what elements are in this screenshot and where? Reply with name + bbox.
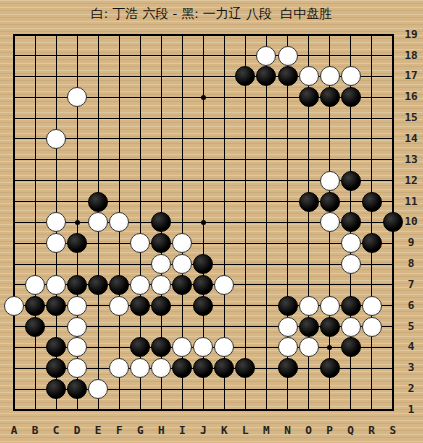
stone-black	[46, 337, 66, 357]
column-label: J	[193, 424, 213, 438]
stone-white	[109, 212, 129, 232]
stone-white	[214, 337, 234, 357]
stone-white	[130, 275, 150, 295]
row-label: 4	[399, 340, 423, 354]
column-label: D	[67, 424, 87, 438]
stone-white	[278, 46, 298, 66]
column-label: M	[256, 424, 276, 438]
stone-white	[172, 254, 192, 274]
column-label: N	[278, 424, 298, 438]
stone-black	[362, 233, 382, 253]
grid-line-vertical	[266, 34, 267, 411]
star-point	[75, 220, 80, 225]
stone-white	[362, 317, 382, 337]
stone-black	[46, 379, 66, 399]
row-label: 8	[399, 257, 423, 271]
row-label: 3	[399, 361, 423, 375]
stone-white	[130, 358, 150, 378]
stone-white	[299, 296, 319, 316]
stone-black	[299, 192, 319, 212]
stone-black	[362, 192, 382, 212]
stone-white	[278, 337, 298, 357]
stone-white	[320, 171, 340, 191]
column-label: P	[320, 424, 340, 438]
stone-black	[341, 171, 361, 191]
stone-black	[151, 337, 171, 357]
stone-black	[25, 296, 45, 316]
row-label: 10	[399, 215, 423, 229]
stone-black	[172, 358, 192, 378]
row-label: 17	[399, 69, 423, 83]
stone-white	[46, 212, 66, 232]
grid-line-vertical	[371, 34, 372, 411]
stone-black	[278, 66, 298, 86]
column-label: C	[46, 424, 66, 438]
stone-white	[299, 337, 319, 357]
stone-black	[151, 233, 171, 253]
stone-black	[67, 379, 87, 399]
column-label: H	[151, 424, 171, 438]
stone-white	[256, 46, 276, 66]
stone-black	[320, 358, 340, 378]
stone-black	[67, 233, 87, 253]
stone-black	[320, 87, 340, 107]
stone-white	[320, 296, 340, 316]
stone-black	[214, 358, 234, 378]
stone-black	[88, 192, 108, 212]
stone-black	[151, 212, 171, 232]
stone-black	[341, 337, 361, 357]
stone-black	[278, 358, 298, 378]
stone-black	[193, 254, 213, 274]
column-label: O	[299, 424, 319, 438]
row-label: 6	[399, 299, 423, 313]
stone-white	[341, 66, 361, 86]
column-label: L	[235, 424, 255, 438]
stone-white	[151, 358, 171, 378]
stone-white	[109, 358, 129, 378]
column-label: S	[383, 424, 403, 438]
row-label: 1	[399, 403, 423, 417]
stone-black	[151, 296, 171, 316]
stone-white	[25, 275, 45, 295]
stone-black	[130, 337, 150, 357]
stone-white	[341, 233, 361, 253]
stone-black	[278, 296, 298, 316]
row-label: 18	[399, 49, 423, 63]
row-label: 9	[399, 236, 423, 250]
column-label: I	[172, 424, 192, 438]
stone-black	[46, 358, 66, 378]
column-label: R	[362, 424, 382, 438]
column-label: B	[25, 424, 45, 438]
stone-black	[320, 317, 340, 337]
stone-white	[341, 254, 361, 274]
stone-white	[130, 233, 150, 253]
column-label: Q	[341, 424, 361, 438]
row-label: 14	[399, 132, 423, 146]
stone-black	[130, 296, 150, 316]
stone-white	[362, 296, 382, 316]
star-point	[201, 220, 206, 225]
stone-white	[320, 212, 340, 232]
stone-white	[193, 337, 213, 357]
row-label: 11	[399, 195, 423, 209]
stone-white	[88, 379, 108, 399]
stone-black	[172, 275, 192, 295]
column-label: F	[109, 424, 129, 438]
stone-white	[214, 275, 234, 295]
stone-black	[299, 87, 319, 107]
stone-black	[193, 358, 213, 378]
stone-black	[341, 296, 361, 316]
stone-white	[109, 296, 129, 316]
stone-white	[46, 275, 66, 295]
star-point	[201, 95, 206, 100]
column-label: E	[88, 424, 108, 438]
row-label: 16	[399, 90, 423, 104]
row-label: 12	[399, 174, 423, 188]
stone-black	[235, 358, 255, 378]
stone-white	[278, 317, 298, 337]
stone-white	[67, 317, 87, 337]
row-label: 15	[399, 111, 423, 125]
row-label: 7	[399, 278, 423, 292]
stone-white	[151, 275, 171, 295]
stone-white	[341, 317, 361, 337]
grid-line-vertical	[245, 34, 246, 411]
stone-white	[67, 296, 87, 316]
stone-black	[25, 317, 45, 337]
stone-white	[67, 358, 87, 378]
stone-white	[67, 337, 87, 357]
stone-white	[67, 87, 87, 107]
stone-white	[46, 129, 66, 149]
stone-black	[67, 275, 87, 295]
row-label: 2	[399, 382, 423, 396]
grid-line-horizontal	[13, 409, 394, 411]
row-label: 5	[399, 320, 423, 334]
column-label: A	[4, 424, 24, 438]
stone-black	[88, 275, 108, 295]
column-label: K	[214, 424, 234, 438]
stone-white	[172, 337, 192, 357]
stone-black	[109, 275, 129, 295]
stone-white	[151, 254, 171, 274]
stone-white	[88, 212, 108, 232]
stone-white	[172, 233, 192, 253]
row-label: 13	[399, 153, 423, 167]
stone-white	[46, 233, 66, 253]
stone-black	[341, 87, 361, 107]
stone-black	[341, 212, 361, 232]
star-point	[327, 345, 332, 350]
stone-white	[299, 66, 319, 86]
row-label: 19	[399, 28, 423, 42]
stone-black	[320, 192, 340, 212]
stone-black	[235, 66, 255, 86]
go-board[interactable]: ABCDEFGHIJKLMNOPQRS123456789101112131415…	[0, 0, 423, 443]
stone-black	[46, 296, 66, 316]
stone-black	[299, 317, 319, 337]
stone-black	[193, 275, 213, 295]
column-label: G	[130, 424, 150, 438]
stone-white	[4, 296, 24, 316]
stone-black	[256, 66, 276, 86]
stone-black	[193, 296, 213, 316]
stone-white	[320, 66, 340, 86]
